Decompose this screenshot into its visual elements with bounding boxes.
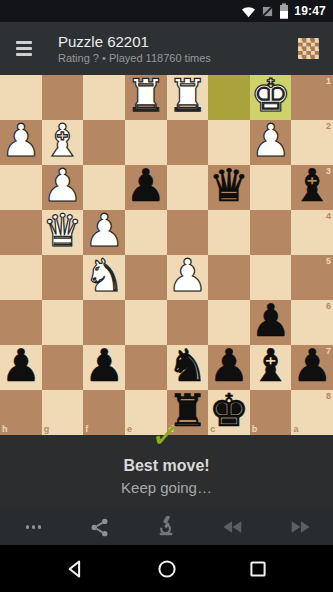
- square-c5[interactable]: [208, 255, 250, 300]
- square-e6[interactable]: [125, 300, 167, 345]
- black-pawn[interactable]: ♟: [250, 298, 290, 343]
- square-d2[interactable]: [167, 120, 209, 165]
- feedback-subtitle: Keep going…: [121, 479, 212, 496]
- square-f5[interactable]: ♞: [83, 255, 125, 300]
- square-e1[interactable]: ♜: [125, 75, 167, 120]
- chess-board[interactable]: ♜♜♚1♟♝♟2♟♟♛♝3♛♟4♞♟5♟6♟♟♞♟♝♟7hgfe♜d♚cb8a: [0, 75, 333, 407]
- feedback-title: Best move!: [123, 457, 209, 475]
- more-options-button[interactable]: [0, 509, 67, 545]
- phone-screen: 19:47 Puzzle 62201 Rating ? • Played 118…: [0, 0, 333, 592]
- mini-chessboard-icon[interactable]: [298, 38, 319, 59]
- white-rook[interactable]: ♜: [126, 73, 166, 118]
- square-e5[interactable]: [125, 255, 167, 300]
- square-a7[interactable]: ♟7: [291, 345, 333, 390]
- square-f1[interactable]: [83, 75, 125, 120]
- white-pawn[interactable]: ♟: [1, 118, 41, 163]
- battery-icon: [279, 3, 289, 19]
- microscope-icon: [155, 516, 177, 538]
- square-c8[interactable]: ♚c: [208, 390, 250, 435]
- file-label-b: b: [252, 425, 258, 434]
- rank-label-1: 1: [326, 77, 331, 86]
- home-icon: [156, 558, 178, 580]
- square-d1[interactable]: ♜: [167, 75, 209, 120]
- rank-label-8: 8: [326, 392, 331, 401]
- wifi-icon: [241, 5, 256, 18]
- square-a3[interactable]: ♝3: [291, 165, 333, 210]
- square-e4[interactable]: [125, 210, 167, 255]
- square-f2[interactable]: [83, 120, 125, 165]
- square-c4[interactable]: [208, 210, 250, 255]
- no-signal-icon: [261, 5, 274, 18]
- square-d5[interactable]: ♟: [167, 255, 209, 300]
- android-nav-bar: [0, 545, 333, 592]
- rank-label-3: 3: [326, 167, 331, 176]
- checkmark-icon: ✓: [150, 416, 184, 457]
- fast-forward-button[interactable]: [266, 509, 333, 545]
- square-h3[interactable]: [0, 165, 42, 210]
- square-b4[interactable]: [250, 210, 292, 255]
- file-label-a: a: [293, 425, 298, 434]
- white-pawn[interactable]: ♟: [42, 163, 82, 208]
- white-rook[interactable]: ♜: [167, 73, 207, 118]
- square-b8[interactable]: b: [250, 390, 292, 435]
- nav-back-button[interactable]: [63, 557, 87, 581]
- white-pawn[interactable]: ♟: [84, 208, 124, 253]
- clock: 19:47: [294, 4, 326, 18]
- white-king[interactable]: ♚: [250, 73, 290, 118]
- square-b2[interactable]: ♟: [250, 120, 292, 165]
- rank-label-4: 4: [326, 212, 331, 221]
- file-label-g: g: [44, 425, 50, 434]
- square-g4[interactable]: ♛: [42, 210, 84, 255]
- rank-label-5: 5: [326, 257, 331, 266]
- square-a5[interactable]: 5: [291, 255, 333, 300]
- file-label-h: h: [2, 425, 8, 434]
- white-knight[interactable]: ♞: [84, 253, 124, 298]
- file-label-e: e: [127, 425, 132, 434]
- file-label-f: f: [85, 425, 88, 434]
- white-bishop[interactable]: ♝: [42, 118, 82, 163]
- status-bar: 19:47: [0, 0, 333, 22]
- fast-forward-icon: [289, 516, 311, 538]
- square-h7[interactable]: ♟: [0, 345, 42, 390]
- square-c3[interactable]: ♛: [208, 165, 250, 210]
- square-g7[interactable]: [42, 345, 84, 390]
- square-h8[interactable]: h: [0, 390, 42, 435]
- white-queen[interactable]: ♛: [42, 208, 82, 253]
- nav-home-button[interactable]: [155, 557, 179, 581]
- page-title: Puzzle 62201: [58, 33, 298, 51]
- recents-icon: [247, 558, 269, 580]
- puzzle-toolbar: [0, 509, 333, 545]
- square-f8[interactable]: f: [83, 390, 125, 435]
- rank-label-2: 2: [326, 122, 331, 131]
- square-f7[interactable]: ♟: [83, 345, 125, 390]
- black-queen[interactable]: ♛: [209, 163, 249, 208]
- more-options-icon: [26, 525, 42, 529]
- square-d3[interactable]: [167, 165, 209, 210]
- square-a4[interactable]: 4: [291, 210, 333, 255]
- square-e7[interactable]: [125, 345, 167, 390]
- file-label-c: c: [210, 425, 215, 434]
- square-b7[interactable]: ♝: [250, 345, 292, 390]
- black-pawn[interactable]: ♟: [1, 343, 41, 388]
- rank-label-7: 7: [326, 347, 331, 356]
- square-h5[interactable]: [0, 255, 42, 300]
- rewind-button[interactable]: [200, 509, 267, 545]
- black-pawn[interactable]: ♟: [84, 343, 124, 388]
- white-pawn[interactable]: ♟: [167, 253, 207, 298]
- square-g5[interactable]: [42, 255, 84, 300]
- rewind-icon: [222, 516, 244, 538]
- share-icon: [89, 517, 110, 538]
- square-c1[interactable]: [208, 75, 250, 120]
- square-g6[interactable]: [42, 300, 84, 345]
- square-h2[interactable]: ♟: [0, 120, 42, 165]
- nav-recents-button[interactable]: [246, 557, 270, 581]
- analyze-button[interactable]: [133, 509, 200, 545]
- square-e3[interactable]: ♟: [125, 165, 167, 210]
- app-bar: Puzzle 62201 Rating ? • Played 118760 ti…: [0, 22, 333, 75]
- white-pawn[interactable]: ♟: [250, 118, 290, 163]
- square-b3[interactable]: [250, 165, 292, 210]
- puzzle-stats: Rating ? • Played 118760 times: [58, 51, 298, 65]
- back-icon: [64, 558, 86, 580]
- black-bishop[interactable]: ♝: [250, 343, 290, 388]
- black-pawn[interactable]: ♟: [209, 343, 249, 388]
- square-h4[interactable]: [0, 210, 42, 255]
- square-a1[interactable]: 1: [291, 75, 333, 120]
- black-knight[interactable]: ♞: [167, 343, 207, 388]
- black-pawn[interactable]: ♟: [126, 163, 166, 208]
- share-button[interactable]: [67, 509, 134, 545]
- app-bar-titles: Puzzle 62201 Rating ? • Played 118760 ti…: [48, 33, 298, 65]
- hamburger-menu-icon[interactable]: [0, 22, 48, 75]
- square-g8[interactable]: g: [42, 390, 84, 435]
- rank-label-6: 6: [326, 302, 331, 311]
- square-a8[interactable]: 8a: [291, 390, 333, 435]
